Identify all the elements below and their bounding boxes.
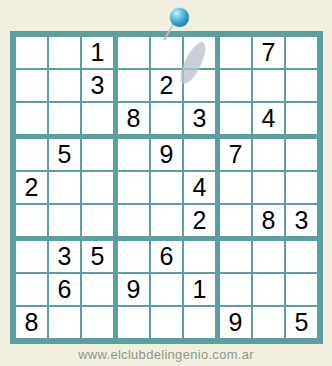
cell-r6c3[interactable]: [82, 205, 113, 236]
box-r3c2: 691: [118, 241, 215, 338]
cell-r9c2[interactable]: [49, 307, 80, 338]
box-r1c3: 74: [220, 37, 317, 134]
cell-r3c1[interactable]: [16, 103, 47, 134]
cell-r2c8[interactable]: [253, 70, 284, 101]
cell-r4c5[interactable]: 9: [151, 139, 182, 170]
cell-r5c2[interactable]: [49, 172, 80, 203]
cell-r4c1[interactable]: [16, 139, 47, 170]
cell-r9c5[interactable]: [151, 307, 182, 338]
cell-r6c2[interactable]: [49, 205, 80, 236]
cell-r1c7[interactable]: [220, 37, 251, 68]
box-r2c3: 783: [220, 139, 317, 236]
cell-r7c7[interactable]: [220, 241, 251, 272]
cell-r4c8[interactable]: [253, 139, 284, 170]
box-r2c2: 942: [118, 139, 215, 236]
cell-r4c6[interactable]: [184, 139, 215, 170]
cell-r6c8[interactable]: 8: [253, 205, 284, 236]
cell-r2c2[interactable]: [49, 70, 80, 101]
cell-r8c7[interactable]: [220, 274, 251, 305]
cell-r2c3[interactable]: 3: [82, 70, 113, 101]
cell-r2c4[interactable]: [118, 70, 149, 101]
cell-r8c6[interactable]: 1: [184, 274, 215, 305]
cell-r3c3[interactable]: [82, 103, 113, 134]
cell-r3c5[interactable]: [151, 103, 182, 134]
cell-r1c3[interactable]: 1: [82, 37, 113, 68]
cell-r1c9[interactable]: [286, 37, 317, 68]
site-url: www.elclubdelingenio.com.ar: [0, 347, 332, 362]
cell-r6c1[interactable]: [16, 205, 47, 236]
cell-r9c3[interactable]: [82, 307, 113, 338]
cell-r7c4[interactable]: [118, 241, 149, 272]
box-r1c1: 13: [16, 37, 113, 134]
cell-r9c7[interactable]: 9: [220, 307, 251, 338]
sudoku-board: 132837452942783356869195: [10, 31, 323, 344]
cell-r5c1[interactable]: 2: [16, 172, 47, 203]
cell-r1c2[interactable]: [49, 37, 80, 68]
cell-r9c4[interactable]: [118, 307, 149, 338]
cell-r8c9[interactable]: [286, 274, 317, 305]
cell-r8c2[interactable]: 6: [49, 274, 80, 305]
cell-r2c5[interactable]: 2: [151, 70, 182, 101]
cell-r6c9[interactable]: 3: [286, 205, 317, 236]
cell-r5c9[interactable]: [286, 172, 317, 203]
cell-r3c2[interactable]: [49, 103, 80, 134]
box-r3c1: 3568: [16, 241, 113, 338]
cell-r1c4[interactable]: [118, 37, 149, 68]
pushpin-icon: [170, 8, 189, 27]
cell-r2c7[interactable]: [220, 70, 251, 101]
cell-r6c5[interactable]: [151, 205, 182, 236]
cell-r4c3[interactable]: [82, 139, 113, 170]
cell-r7c1[interactable]: [16, 241, 47, 272]
box-r3c3: 95: [220, 241, 317, 338]
cell-r9c6[interactable]: [184, 307, 215, 338]
cell-r3c9[interactable]: [286, 103, 317, 134]
cell-r5c3[interactable]: [82, 172, 113, 203]
cell-r5c8[interactable]: [253, 172, 284, 203]
cell-r4c4[interactable]: [118, 139, 149, 170]
cell-r7c6[interactable]: [184, 241, 215, 272]
cell-r6c6[interactable]: 2: [184, 205, 215, 236]
cell-r7c5[interactable]: 6: [151, 241, 182, 272]
cell-r7c3[interactable]: 5: [82, 241, 113, 272]
cell-r2c9[interactable]: [286, 70, 317, 101]
cell-r4c2[interactable]: 5: [49, 139, 80, 170]
cell-r2c1[interactable]: [16, 70, 47, 101]
cell-r7c2[interactable]: 3: [49, 241, 80, 272]
cell-r6c7[interactable]: [220, 205, 251, 236]
cell-r5c4[interactable]: [118, 172, 149, 203]
cell-r3c8[interactable]: 4: [253, 103, 284, 134]
cell-r7c9[interactable]: [286, 241, 317, 272]
cell-r4c9[interactable]: [286, 139, 317, 170]
cell-r6c4[interactable]: [118, 205, 149, 236]
cell-r8c1[interactable]: [16, 274, 47, 305]
cell-r3c6[interactable]: 3: [184, 103, 215, 134]
cell-r1c5[interactable]: [151, 37, 182, 68]
cell-r8c3[interactable]: [82, 274, 113, 305]
cell-r7c8[interactable]: [253, 241, 284, 272]
cell-r5c6[interactable]: 4: [184, 172, 215, 203]
cell-r1c8[interactable]: 7: [253, 37, 284, 68]
cell-r8c4[interactable]: 9: [118, 274, 149, 305]
cell-r9c1[interactable]: 8: [16, 307, 47, 338]
cell-r3c7[interactable]: [220, 103, 251, 134]
cell-r4c7[interactable]: 7: [220, 139, 251, 170]
cell-r8c5[interactable]: [151, 274, 182, 305]
cell-r9c8[interactable]: [253, 307, 284, 338]
cell-r3c4[interactable]: 8: [118, 103, 149, 134]
cell-r9c9[interactable]: 5: [286, 307, 317, 338]
cell-r5c7[interactable]: [220, 172, 251, 203]
cell-r5c5[interactable]: [151, 172, 182, 203]
box-r2c1: 52: [16, 139, 113, 236]
cell-r8c8[interactable]: [253, 274, 284, 305]
cell-r1c1[interactable]: [16, 37, 47, 68]
